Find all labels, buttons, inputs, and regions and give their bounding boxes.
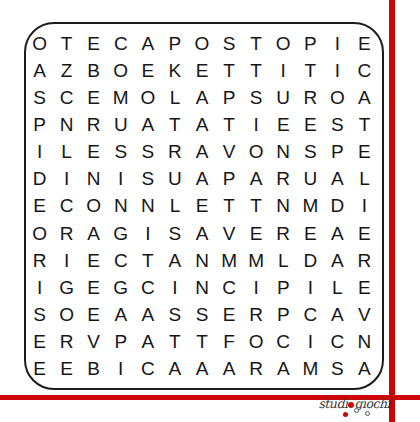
grid-cell-r8c11[interactable]: E (297, 220, 324, 247)
grid-cell-r1c7[interactable]: O (188, 30, 215, 57)
grid-cell-r11c5[interactable]: A (134, 301, 161, 328)
grid-cell-r1c5[interactable]: A (134, 30, 161, 57)
grid-cell-r7c12[interactable]: D (324, 192, 351, 219)
grid-cell-r4c6[interactable]: T (161, 111, 188, 138)
grid-cell-r6c2[interactable]: I (53, 165, 80, 192)
grid-cell-r3c7[interactable]: A (188, 84, 215, 111)
grid-cell-r1c10[interactable]: O (270, 30, 297, 57)
grid-cell-r5c8[interactable]: V (216, 138, 243, 165)
grid-cell-r2c7[interactable]: E (188, 57, 215, 84)
grid-cell-r4c3[interactable]: R (80, 111, 107, 138)
grid-cell-r5c9[interactable]: O (243, 138, 270, 165)
grid-cell-r9c1[interactable]: R (26, 247, 53, 274)
grid-cell-r6c6[interactable]: U (161, 165, 188, 192)
grid-cell-r10c7[interactable]: N (188, 274, 215, 301)
grid-cell-r6c4[interactable]: I (107, 165, 134, 192)
grid-cell-r1c1[interactable]: O (26, 30, 53, 57)
grid-cell-r1c2[interactable]: T (53, 30, 80, 57)
grid-cell-r9c3[interactable]: E (80, 247, 107, 274)
grid-cell-r12c3[interactable]: V (80, 328, 107, 355)
grid-cell-r2c12[interactable]: I (324, 57, 351, 84)
grid-cell-r6c8[interactable]: P (216, 165, 243, 192)
logo-open-dot-icon (365, 411, 370, 416)
grid-cell-r5c7[interactable]: A (188, 138, 215, 165)
grid-cell-r13c13[interactable]: A (351, 355, 378, 382)
logo-open-dot-icon (354, 408, 359, 413)
grid-cell-r6c9[interactable]: A (243, 165, 270, 192)
grid-cell-r5c5[interactable]: S (134, 138, 161, 165)
grid-cell-r3c4[interactable]: M (107, 84, 134, 111)
grid-cell-r9c10[interactable]: L (270, 247, 297, 274)
grid-cell-r3c2[interactable]: C (53, 84, 80, 111)
red-vertical-rule (389, 0, 395, 422)
grid-cell-r9c5[interactable]: T (134, 247, 161, 274)
word-search-page: OTECAPOSTOPIEAZBOEKETTITICSCEMOLAPSUROAP… (0, 0, 420, 422)
grid-cell-r7c6[interactable]: L (161, 192, 188, 219)
grid-cell-r10c12[interactable]: L (324, 274, 351, 301)
grid-cell-r4c1[interactable]: P (26, 111, 53, 138)
grid-cell-r10c9[interactable]: I (243, 274, 270, 301)
grid-cell-r2c4[interactable]: O (107, 57, 134, 84)
grid-cell-r9c12[interactable]: A (324, 247, 351, 274)
grid-cell-r10c8[interactable]: C (216, 274, 243, 301)
grid-cell-r10c1[interactable]: I (26, 274, 53, 301)
grid-cell-r8c12[interactable]: A (324, 220, 351, 247)
grid-cell-r13c11[interactable]: M (297, 355, 324, 382)
grid-cell-r2c8[interactable]: T (216, 57, 243, 84)
grid-cell-r1c12[interactable]: I (324, 30, 351, 57)
grid-cell-r5c4[interactable]: S (107, 138, 134, 165)
grid-cell-r3c3[interactable]: E (80, 84, 107, 111)
grid-cell-r9c8[interactable]: M (216, 247, 243, 274)
grid-cell-r11c11[interactable]: C (297, 301, 324, 328)
grid-cell-r13c8[interactable]: A (216, 355, 243, 382)
grid-cell-r8c10[interactable]: R (270, 220, 297, 247)
grid-cell-r10c4[interactable]: G (107, 274, 134, 301)
grid-cell-r6c1[interactable]: D (26, 165, 53, 192)
grid-cell-r3c12[interactable]: O (324, 84, 351, 111)
grid-cell-r8c2[interactable]: R (53, 220, 80, 247)
grid-cell-r10c10[interactable]: P (270, 274, 297, 301)
grid-cell-r4c8[interactable]: T (216, 111, 243, 138)
grid-cell-r8c4[interactable]: G (107, 220, 134, 247)
grid-cell-r11c4[interactable]: A (107, 301, 134, 328)
grid-cell-r8c1[interactable]: O (26, 220, 53, 247)
grid-cell-r7c2[interactable]: C (53, 192, 80, 219)
grid-cell-r8c9[interactable]: E (243, 220, 270, 247)
grid-cell-r13c12[interactable]: S (324, 355, 351, 382)
grid-cell-r10c13[interactable]: E (351, 274, 378, 301)
grid-cell-r4c13[interactable]: T (351, 111, 378, 138)
grid-cell-r3c11[interactable]: R (297, 84, 324, 111)
grid-cell-r11c12[interactable]: A (324, 301, 351, 328)
grid-cell-r4c2[interactable]: N (53, 111, 80, 138)
grid-cell-r11c9[interactable]: R (243, 301, 270, 328)
logo-text: studigiochi (316, 397, 390, 410)
grid-cell-r1c4[interactable]: C (107, 30, 134, 57)
grid-cell-r6c7[interactable]: A (188, 165, 215, 192)
grid-cell-r5c6[interactable]: R (161, 138, 188, 165)
grid-cell-r11c10[interactable]: P (270, 301, 297, 328)
grid-cell-r6c5[interactable]: S (134, 165, 161, 192)
logo-text-part2: giochi (354, 396, 390, 411)
grid-cell-r2c9[interactable]: T (243, 57, 270, 84)
grid-cell-r12c2[interactable]: R (53, 328, 80, 355)
grid-cell-r11c8[interactable]: E (216, 301, 243, 328)
grid-cell-r4c4[interactable]: U (107, 111, 134, 138)
grid-cell-r9c4[interactable]: C (107, 247, 134, 274)
grid-cell-r2c2[interactable]: Z (53, 57, 80, 84)
grid-cell-r11c1[interactable]: S (26, 301, 53, 328)
grid-cell-r6c10[interactable]: R (270, 165, 297, 192)
grid-cell-r6c11[interactable]: U (297, 165, 324, 192)
grid-cell-r8c5[interactable]: I (134, 220, 161, 247)
grid-cell-r10c11[interactable]: I (297, 274, 324, 301)
grid-cell-r11c13[interactable]: V (351, 301, 378, 328)
grid-cell-r5c1[interactable]: I (26, 138, 53, 165)
grid-cell-r13c2[interactable]: E (53, 355, 80, 382)
grid-cell-r4c12[interactable]: S (324, 111, 351, 138)
grid-cell-r11c6[interactable]: S (161, 301, 188, 328)
grid-cell-r7c11[interactable]: M (297, 192, 324, 219)
grid-cell-r12c13[interactable]: N (351, 328, 378, 355)
grid-cell-r7c10[interactable]: N (270, 192, 297, 219)
grid-cell-r8c6[interactable]: S (161, 220, 188, 247)
grid-cell-r2c1[interactable]: A (26, 57, 53, 84)
grid-cell-r12c12[interactable]: C (324, 328, 351, 355)
grid-cell-r12c10[interactable]: C (270, 328, 297, 355)
grid-cell-r7c8[interactable]: T (216, 192, 243, 219)
logo-filled-dot-icon (343, 412, 348, 417)
grid-cell-r13c4[interactable]: I (107, 355, 134, 382)
grid-cell-r12c5[interactable]: A (134, 328, 161, 355)
grid-cell-r9c2[interactable]: I (53, 247, 80, 274)
grid-cell-r12c11[interactable]: I (297, 328, 324, 355)
grid-cell-r12c1[interactable]: E (26, 328, 53, 355)
grid-cell-r9c6[interactable]: A (161, 247, 188, 274)
grid-cell-r3c9[interactable]: S (243, 84, 270, 111)
grid-cell-r9c9[interactable]: M (243, 247, 270, 274)
grid-cell-r6c3[interactable]: N (80, 165, 107, 192)
grid-cell-r4c7[interactable]: A (188, 111, 215, 138)
grid-cell-r4c10[interactable]: E (270, 111, 297, 138)
grid-cell-r3c13[interactable]: A (351, 84, 378, 111)
grid-cell-r12c7[interactable]: T (188, 328, 215, 355)
grid-cell-r2c11[interactable]: T (297, 57, 324, 84)
grid-cell-r5c12[interactable]: P (324, 138, 351, 165)
grid-cell-r12c6[interactable]: T (161, 328, 188, 355)
grid-cell-r10c5[interactable]: C (134, 274, 161, 301)
grid-cell-r3c1[interactable]: S (26, 84, 53, 111)
grid-cell-r4c9[interactable]: I (243, 111, 270, 138)
grid-cell-r5c2[interactable]: L (53, 138, 80, 165)
grid-cell-r5c10[interactable]: N (270, 138, 297, 165)
grid-cell-r10c6[interactable]: I (161, 274, 188, 301)
grid-cell-r9c7[interactable]: N (188, 247, 215, 274)
grid-cell-r2c5[interactable]: E (134, 57, 161, 84)
grid-cell-r5c13[interactable]: E (351, 138, 378, 165)
grid-cell-r13c5[interactable]: C (134, 355, 161, 382)
grid-cell-r4c5[interactable]: A (134, 111, 161, 138)
logo-text-part1: studi (318, 396, 347, 411)
grid-cell-r13c1[interactable]: E (26, 355, 53, 382)
grid-cell-r10c3[interactable]: E (80, 274, 107, 301)
grid-cell-r3c6[interactable]: L (161, 84, 188, 111)
studiogiochi-logo: studigiochi (316, 397, 392, 421)
grid-cell-r2c13[interactable]: C (351, 57, 378, 84)
grid-cell-r12c9[interactable]: O (243, 328, 270, 355)
grid-cell-r11c7[interactable]: S (188, 301, 215, 328)
grid-cell-r6c12[interactable]: A (324, 165, 351, 192)
grid-cell-r11c3[interactable]: E (80, 301, 107, 328)
grid-cell-r8c8[interactable]: V (216, 220, 243, 247)
grid-cell-r2c3[interactable]: B (80, 57, 107, 84)
grid-cell-r3c8[interactable]: P (216, 84, 243, 111)
grid-cell-r2c10[interactable]: I (270, 57, 297, 84)
word-search-board: OTECAPOSTOPIEAZBOEKETTITICSCEMOLAPSUROAP… (24, 22, 384, 390)
grid-cell-r8c3[interactable]: A (80, 220, 107, 247)
grid-cell-r11c2[interactable]: O (53, 301, 80, 328)
grid-cell-r7c3[interactable]: O (80, 192, 107, 219)
grid-cell-r8c13[interactable]: E (351, 220, 378, 247)
grid-cell-r13c3[interactable]: B (80, 355, 107, 382)
grid-cell-r7c1[interactable]: E (26, 192, 53, 219)
grid-cell-r13c10[interactable]: A (270, 355, 297, 382)
grid-cell-r1c11[interactable]: P (297, 30, 324, 57)
grid-cell-r12c8[interactable]: F (216, 328, 243, 355)
grid-cell-r13c9[interactable]: R (243, 355, 270, 382)
grid-cell-r7c9[interactable]: T (243, 192, 270, 219)
grid-cell-r3c10[interactable]: U (270, 84, 297, 111)
grid-cell-r10c2[interactable]: G (53, 274, 80, 301)
grid-cell-r7c7[interactable]: E (188, 192, 215, 219)
grid-cell-r7c13[interactable]: I (351, 192, 378, 219)
grid-cell-r8c7[interactable]: A (188, 220, 215, 247)
grid-cell-r13c7[interactable]: A (188, 355, 215, 382)
grid-cell-r5c11[interactable]: S (297, 138, 324, 165)
grid-cell-r1c9[interactable]: T (243, 30, 270, 57)
grid-cell-r12c4[interactable]: P (107, 328, 134, 355)
grid-cell-r9c13[interactable]: R (351, 247, 378, 274)
grid-cell-r2c6[interactable]: K (161, 57, 188, 84)
grid-cell-r9c11[interactable]: D (297, 247, 324, 274)
grid-cell-r7c5[interactable]: N (134, 192, 161, 219)
grid-cell-r13c6[interactable]: A (161, 355, 188, 382)
grid-cell-r1c13[interactable]: E (351, 30, 378, 57)
grid-cell-r5c3[interactable]: E (80, 138, 107, 165)
grid-cell-r6c13[interactable]: L (351, 165, 378, 192)
grid-cell-r1c6[interactable]: P (161, 30, 188, 57)
grid-cell-r1c3[interactable]: E (80, 30, 107, 57)
grid-cell-r3c5[interactable]: O (134, 84, 161, 111)
grid-cell-r7c4[interactable]: N (107, 192, 134, 219)
grid-cell-r4c11[interactable]: E (297, 111, 324, 138)
grid-cell-r1c8[interactable]: S (216, 30, 243, 57)
